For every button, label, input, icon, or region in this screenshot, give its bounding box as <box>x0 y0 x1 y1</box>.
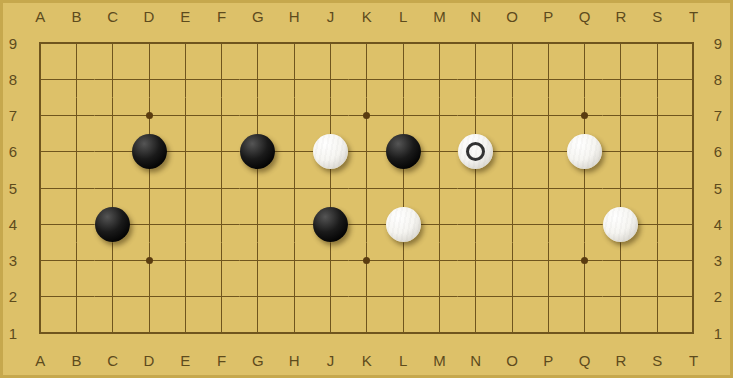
white-stone[interactable] <box>567 134 602 169</box>
intersection[interactable] <box>385 25 421 61</box>
intersection[interactable] <box>22 243 58 279</box>
intersection[interactable] <box>603 206 639 242</box>
intersection[interactable] <box>566 206 602 242</box>
intersection[interactable] <box>675 25 711 61</box>
intersection[interactable] <box>167 279 203 315</box>
intersection[interactable] <box>95 25 131 61</box>
white-stone[interactable] <box>603 207 638 242</box>
intersection[interactable] <box>385 134 421 170</box>
intersection[interactable] <box>167 315 203 351</box>
intersection[interactable] <box>167 243 203 279</box>
intersection[interactable] <box>603 315 639 351</box>
row-label: 6 <box>3 134 23 170</box>
intersection[interactable] <box>421 279 457 315</box>
intersection[interactable] <box>494 170 530 206</box>
row-label: 7 <box>3 98 23 134</box>
intersection[interactable] <box>95 61 131 97</box>
intersection[interactable] <box>22 98 58 134</box>
intersection[interactable] <box>603 134 639 170</box>
intersection[interactable] <box>385 243 421 279</box>
intersection[interactable] <box>530 206 566 242</box>
intersection[interactable] <box>22 170 58 206</box>
intersection[interactable] <box>349 25 385 61</box>
intersection[interactable] <box>385 170 421 206</box>
intersection[interactable] <box>675 134 711 170</box>
intersection[interactable] <box>639 25 675 61</box>
intersection[interactable] <box>603 170 639 206</box>
intersection[interactable] <box>203 134 239 170</box>
intersection[interactable] <box>675 170 711 206</box>
intersection[interactable] <box>566 134 602 170</box>
intersection[interactable] <box>494 61 530 97</box>
intersection[interactable] <box>167 98 203 134</box>
last-move-circle-marker <box>466 142 485 161</box>
star-point <box>363 112 370 119</box>
intersection[interactable] <box>458 279 494 315</box>
intersection[interactable] <box>349 170 385 206</box>
intersection[interactable] <box>458 315 494 351</box>
star-point <box>363 257 370 264</box>
intersection[interactable] <box>458 170 494 206</box>
intersection[interactable] <box>312 170 348 206</box>
intersection[interactable] <box>566 98 602 134</box>
intersection[interactable] <box>276 170 312 206</box>
intersection[interactable] <box>58 25 94 61</box>
intersection[interactable] <box>58 98 94 134</box>
row-label: 5 <box>3 170 23 206</box>
intersection[interactable] <box>421 315 457 351</box>
intersection[interactable] <box>131 243 167 279</box>
intersection[interactable] <box>458 134 494 170</box>
intersection[interactable] <box>639 61 675 97</box>
intersection[interactable] <box>675 315 711 351</box>
intersection[interactable] <box>312 61 348 97</box>
intersection[interactable] <box>603 98 639 134</box>
intersection[interactable] <box>95 134 131 170</box>
white-stone[interactable] <box>386 207 421 242</box>
intersection[interactable] <box>603 25 639 61</box>
intersection[interactable] <box>167 134 203 170</box>
intersection[interactable] <box>530 25 566 61</box>
intersection[interactable] <box>276 243 312 279</box>
white-stone[interactable] <box>458 134 493 169</box>
intersection[interactable] <box>421 25 457 61</box>
intersection[interactable] <box>639 170 675 206</box>
intersection[interactable] <box>276 134 312 170</box>
intersection[interactable] <box>58 170 94 206</box>
intersection[interactable] <box>349 315 385 351</box>
intersection[interactable] <box>530 243 566 279</box>
intersection[interactable] <box>458 98 494 134</box>
intersection[interactable] <box>95 279 131 315</box>
intersection[interactable] <box>530 61 566 97</box>
black-stone[interactable] <box>95 207 130 242</box>
intersection[interactable] <box>240 315 276 351</box>
intersection[interactable] <box>276 61 312 97</box>
intersection[interactable] <box>385 279 421 315</box>
intersection[interactable] <box>494 206 530 242</box>
intersection[interactable] <box>349 98 385 134</box>
intersection[interactable] <box>530 134 566 170</box>
go-board: ABCDEFGHJKLMNOPQRST ABCDEFGHJKLMNOPQRST … <box>0 0 733 378</box>
intersection[interactable] <box>421 61 457 97</box>
row-label: 9 <box>3 25 23 61</box>
intersection[interactable] <box>421 170 457 206</box>
black-stone[interactable] <box>132 134 167 169</box>
star-point <box>581 257 588 264</box>
intersection[interactable] <box>639 206 675 242</box>
intersection[interactable] <box>276 315 312 351</box>
intersection[interactable] <box>276 25 312 61</box>
intersection[interactable] <box>22 315 58 351</box>
intersection[interactable] <box>458 243 494 279</box>
intersection[interactable] <box>675 279 711 315</box>
intersection[interactable] <box>639 243 675 279</box>
intersection[interactable] <box>675 98 711 134</box>
intersection[interactable] <box>22 61 58 97</box>
intersection[interactable] <box>240 243 276 279</box>
intersection[interactable] <box>349 61 385 97</box>
intersection[interactable] <box>566 61 602 97</box>
intersection[interactable] <box>240 134 276 170</box>
intersection[interactable] <box>203 98 239 134</box>
intersection[interactable] <box>131 206 167 242</box>
intersection[interactable] <box>240 61 276 97</box>
intersection[interactable] <box>95 243 131 279</box>
intersection[interactable] <box>458 61 494 97</box>
intersection[interactable] <box>167 61 203 97</box>
intersection[interactable] <box>349 206 385 242</box>
intersection[interactable] <box>203 315 239 351</box>
intersection[interactable] <box>22 134 58 170</box>
intersection-grid <box>22 25 712 351</box>
intersection[interactable] <box>458 206 494 242</box>
intersection[interactable] <box>566 315 602 351</box>
intersection[interactable] <box>22 25 58 61</box>
intersection[interactable] <box>458 25 494 61</box>
intersection[interactable] <box>566 279 602 315</box>
intersection[interactable] <box>95 170 131 206</box>
intersection[interactable] <box>639 279 675 315</box>
intersection[interactable] <box>494 315 530 351</box>
intersection[interactable] <box>58 279 94 315</box>
intersection[interactable] <box>675 243 711 279</box>
intersection[interactable] <box>167 25 203 61</box>
intersection[interactable] <box>276 206 312 242</box>
intersection[interactable] <box>530 170 566 206</box>
intersection[interactable] <box>95 206 131 242</box>
intersection[interactable] <box>312 315 348 351</box>
intersection[interactable] <box>95 98 131 134</box>
intersection[interactable] <box>312 25 348 61</box>
intersection[interactable] <box>58 61 94 97</box>
intersection[interactable] <box>58 243 94 279</box>
intersection[interactable] <box>494 243 530 279</box>
black-stone[interactable] <box>240 134 275 169</box>
intersection[interactable] <box>421 134 457 170</box>
black-stone[interactable] <box>313 207 348 242</box>
intersection[interactable] <box>131 170 167 206</box>
intersection[interactable] <box>385 61 421 97</box>
star-point <box>146 257 153 264</box>
intersection[interactable] <box>603 279 639 315</box>
star-point <box>146 112 153 119</box>
intersection[interactable] <box>385 315 421 351</box>
intersection[interactable] <box>312 98 348 134</box>
intersection[interactable] <box>131 25 167 61</box>
intersection[interactable] <box>240 25 276 61</box>
row-label: 8 <box>3 61 23 97</box>
intersection[interactable] <box>203 206 239 242</box>
intersection[interactable] <box>276 98 312 134</box>
intersection[interactable] <box>58 206 94 242</box>
intersection[interactable] <box>240 170 276 206</box>
intersection[interactable] <box>494 98 530 134</box>
intersection[interactable] <box>639 98 675 134</box>
row-label: 4 <box>3 206 23 242</box>
intersection[interactable] <box>566 170 602 206</box>
intersection[interactable] <box>494 134 530 170</box>
intersection[interactable] <box>675 61 711 97</box>
intersection[interactable] <box>385 98 421 134</box>
intersection[interactable] <box>203 25 239 61</box>
intersection[interactable] <box>203 243 239 279</box>
row-labels-left: 987654321 <box>3 25 23 351</box>
intersection[interactable] <box>240 206 276 242</box>
intersection[interactable] <box>639 315 675 351</box>
intersection[interactable] <box>22 279 58 315</box>
intersection[interactable] <box>58 134 94 170</box>
intersection[interactable] <box>58 315 94 351</box>
intersection[interactable] <box>530 279 566 315</box>
intersection[interactable] <box>240 98 276 134</box>
intersection[interactable] <box>312 134 348 170</box>
intersection[interactable] <box>312 279 348 315</box>
row-label: 2 <box>3 279 23 315</box>
intersection[interactable] <box>240 279 276 315</box>
intersection[interactable] <box>385 206 421 242</box>
intersection[interactable] <box>167 170 203 206</box>
intersection[interactable] <box>566 243 602 279</box>
intersection[interactable] <box>349 279 385 315</box>
intersection[interactable] <box>530 315 566 351</box>
row-label: 1 <box>3 315 23 351</box>
intersection[interactable] <box>276 279 312 315</box>
intersection[interactable] <box>421 98 457 134</box>
intersection[interactable] <box>131 315 167 351</box>
intersection[interactable] <box>603 243 639 279</box>
intersection[interactable] <box>639 134 675 170</box>
white-stone[interactable] <box>313 134 348 169</box>
intersection[interactable] <box>421 243 457 279</box>
intersection[interactable] <box>675 206 711 242</box>
star-point <box>581 112 588 119</box>
intersection[interactable] <box>494 279 530 315</box>
intersection[interactable] <box>22 206 58 242</box>
intersection[interactable] <box>421 206 457 242</box>
intersection[interactable] <box>167 206 203 242</box>
intersection[interactable] <box>494 25 530 61</box>
row-label: 3 <box>3 243 23 279</box>
intersection[interactable] <box>530 98 566 134</box>
intersection[interactable] <box>131 134 167 170</box>
intersection[interactable] <box>131 61 167 97</box>
intersection[interactable] <box>349 134 385 170</box>
intersection[interactable] <box>203 61 239 97</box>
black-stone[interactable] <box>386 134 421 169</box>
intersection[interactable] <box>203 170 239 206</box>
intersection[interactable] <box>312 243 348 279</box>
intersection[interactable] <box>349 243 385 279</box>
intersection[interactable] <box>312 206 348 242</box>
intersection[interactable] <box>95 315 131 351</box>
intersection[interactable] <box>131 98 167 134</box>
intersection[interactable] <box>603 61 639 97</box>
intersection[interactable] <box>566 25 602 61</box>
intersection[interactable] <box>203 279 239 315</box>
intersection[interactable] <box>131 279 167 315</box>
